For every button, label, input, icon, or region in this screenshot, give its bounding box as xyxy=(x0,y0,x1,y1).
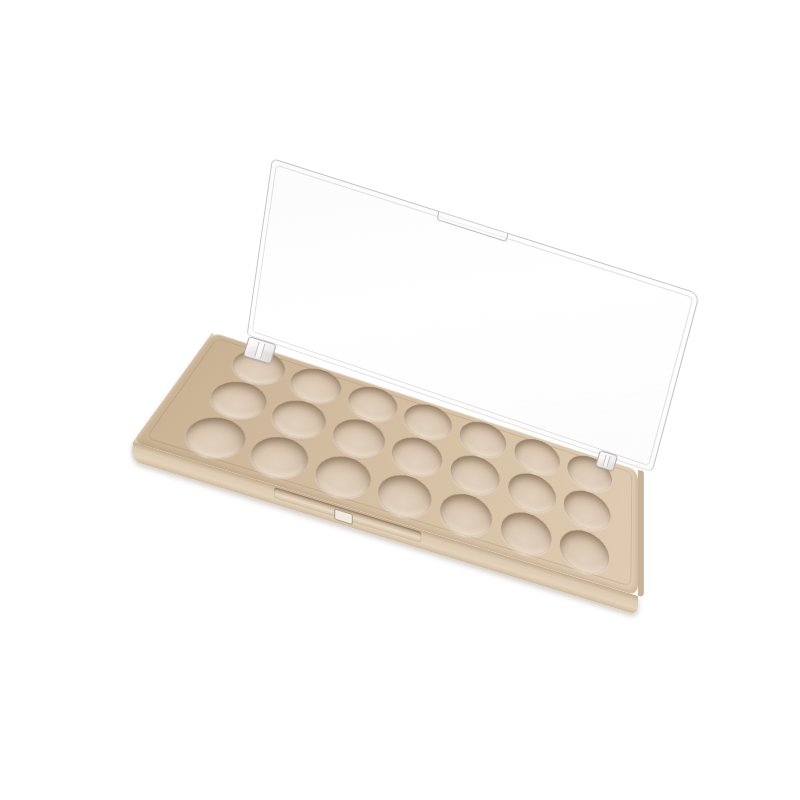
hinge-left-knuckle xyxy=(254,342,265,358)
well-r2-c7 xyxy=(562,485,611,536)
well-r3-c6 xyxy=(497,506,553,561)
well-r3-c5 xyxy=(436,488,496,543)
base-right-wall xyxy=(638,470,644,597)
well-r3-c3 xyxy=(308,450,376,504)
well-r3-c1 xyxy=(176,411,253,465)
well-r3-c7 xyxy=(558,524,610,580)
hinge-right-knuckle xyxy=(603,455,610,467)
well-r3-c4 xyxy=(373,469,437,524)
latch-catch-tab xyxy=(334,508,353,525)
well-r2-c6 xyxy=(505,468,558,519)
well-r3-c2 xyxy=(243,431,316,485)
product-photo xyxy=(0,0,800,800)
